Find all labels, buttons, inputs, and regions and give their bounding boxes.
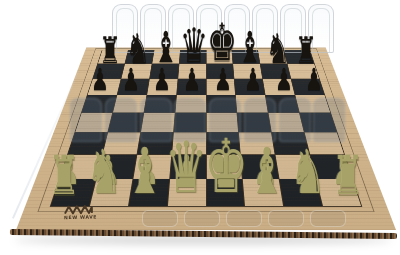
white-rook-a1[interactable]: ♜ — [48, 150, 80, 204]
white-king-e1[interactable]: ♚ — [205, 129, 249, 203]
black-pawn-a7[interactable]: ♟ — [92, 65, 110, 96]
white-knight-b1[interactable]: ♞ — [86, 142, 122, 203]
white-queen-d1[interactable]: ♛ — [165, 133, 207, 204]
clear-packaging-ghost — [313, 98, 345, 142]
black-pawn-c7[interactable]: ♟ — [153, 65, 171, 96]
clear-packaging-ghost — [70, 98, 102, 142]
clear-packaging-ghost-front — [184, 210, 220, 227]
black-pawn-d7[interactable]: ♟ — [183, 65, 201, 96]
clear-packaging-ghost-front — [310, 210, 346, 227]
black-pawn-b7[interactable]: ♟ — [122, 65, 140, 96]
clear-packaging-ghost-front — [226, 210, 262, 227]
white-rook-h1[interactable]: ♜ — [333, 150, 365, 204]
black-pawn-g7[interactable]: ♟ — [275, 65, 293, 96]
black-king-e8[interactable]: ♚ — [207, 17, 237, 68]
black-pawn-h7[interactable]: ♟ — [305, 65, 323, 96]
black-pawn-f7[interactable]: ♟ — [244, 65, 262, 96]
black-pawn-e7[interactable]: ♟ — [214, 65, 232, 96]
board-shadow — [14, 236, 392, 244]
clear-packaging-ghost-front — [268, 210, 304, 227]
white-bishop-f1[interactable]: ♝ — [248, 140, 285, 203]
pieces-layer: ♜♞♝♛♚♝♞♜♟♟♟♟♟♟♟♟♟♟♟♟♟♟♟♟♜♞♝♛♚♝♞♜ — [0, 0, 400, 255]
clear-packaging-ghost-front — [142, 210, 178, 227]
chess-set-photo: NEW WAVE ♜♞♝♛♚♝♞♜♟♟♟♟♟♟♟♟♟♟♟♟♟♟♟♟♜♞♝♛♚♝♞… — [0, 0, 400, 255]
white-knight-g1[interactable]: ♞ — [290, 142, 326, 203]
white-bishop-c1[interactable]: ♝ — [126, 140, 163, 203]
